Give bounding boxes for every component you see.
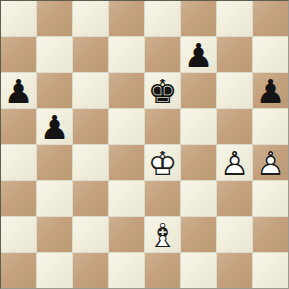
square-c1[interactable] (73, 253, 108, 288)
piece-white-pawn[interactable]: ♟♙ (217, 145, 252, 180)
square-a4[interactable] (1, 145, 36, 180)
square-h7[interactable] (253, 37, 288, 72)
square-g5[interactable] (217, 109, 252, 144)
white-king-outline-icon: ♔ (145, 146, 180, 180)
piece-white-pawn[interactable]: ♟♙ (253, 145, 288, 180)
square-e2[interactable]: ♝♗ (145, 217, 180, 252)
square-a1[interactable] (1, 253, 36, 288)
square-a3[interactable] (1, 181, 36, 216)
white-pawn-outline-icon: ♙ (253, 146, 288, 180)
chess-board-frame: ♟♟♚♟♟♚♔♟♙♟♙♝♗ (0, 0, 289, 289)
piece-black-pawn[interactable]: ♟ (37, 109, 72, 144)
black-king-icon: ♚ (145, 74, 180, 108)
square-g1[interactable] (217, 253, 252, 288)
square-a6[interactable]: ♟ (1, 73, 36, 108)
square-e3[interactable] (145, 181, 180, 216)
square-e1[interactable] (145, 253, 180, 288)
square-b6[interactable] (37, 73, 72, 108)
square-h5[interactable] (253, 109, 288, 144)
square-d8[interactable] (109, 1, 144, 36)
square-c6[interactable] (73, 73, 108, 108)
black-pawn-icon: ♟ (37, 110, 72, 144)
piece-white-bishop[interactable]: ♝♗ (145, 217, 180, 252)
square-h6[interactable]: ♟ (253, 73, 288, 108)
square-b3[interactable] (37, 181, 72, 216)
white-pawn-outline-icon: ♙ (217, 146, 252, 180)
square-f6[interactable] (181, 73, 216, 108)
square-g7[interactable] (217, 37, 252, 72)
piece-black-pawn[interactable]: ♟ (181, 37, 216, 72)
black-pawn-icon: ♟ (181, 38, 216, 72)
square-f1[interactable] (181, 253, 216, 288)
chess-board: ♟♟♚♟♟♚♔♟♙♟♙♝♗ (1, 1, 288, 288)
square-f8[interactable] (181, 1, 216, 36)
square-d5[interactable] (109, 109, 144, 144)
square-c2[interactable] (73, 217, 108, 252)
square-g2[interactable] (217, 217, 252, 252)
square-c8[interactable] (73, 1, 108, 36)
piece-black-pawn[interactable]: ♟ (1, 73, 36, 108)
square-d1[interactable] (109, 253, 144, 288)
black-pawn-icon: ♟ (1, 74, 36, 108)
square-d7[interactable] (109, 37, 144, 72)
square-e5[interactable] (145, 109, 180, 144)
square-d6[interactable] (109, 73, 144, 108)
square-f3[interactable] (181, 181, 216, 216)
piece-black-pawn[interactable]: ♟ (253, 73, 288, 108)
square-b8[interactable] (37, 1, 72, 36)
square-b5[interactable]: ♟ (37, 109, 72, 144)
piece-black-king[interactable]: ♚ (145, 73, 180, 108)
black-pawn-icon: ♟ (253, 74, 288, 108)
square-h3[interactable] (253, 181, 288, 216)
square-h2[interactable] (253, 217, 288, 252)
square-a7[interactable] (1, 37, 36, 72)
square-g6[interactable] (217, 73, 252, 108)
square-c5[interactable] (73, 109, 108, 144)
square-b2[interactable] (37, 217, 72, 252)
square-f5[interactable] (181, 109, 216, 144)
square-f2[interactable] (181, 217, 216, 252)
square-h1[interactable] (253, 253, 288, 288)
square-a2[interactable] (1, 217, 36, 252)
square-g3[interactable] (217, 181, 252, 216)
square-e7[interactable] (145, 37, 180, 72)
square-f4[interactable] (181, 145, 216, 180)
piece-white-king[interactable]: ♚♔ (145, 145, 180, 180)
square-d2[interactable] (109, 217, 144, 252)
square-d3[interactable] (109, 181, 144, 216)
square-b1[interactable] (37, 253, 72, 288)
square-h4[interactable]: ♟♙ (253, 145, 288, 180)
square-d4[interactable] (109, 145, 144, 180)
square-a5[interactable] (1, 109, 36, 144)
square-g8[interactable] (217, 1, 252, 36)
square-b7[interactable] (37, 37, 72, 72)
square-e8[interactable] (145, 1, 180, 36)
white-bishop-outline-icon: ♗ (145, 218, 180, 252)
square-h8[interactable] (253, 1, 288, 36)
square-e4[interactable]: ♚♔ (145, 145, 180, 180)
square-f7[interactable]: ♟ (181, 37, 216, 72)
square-g4[interactable]: ♟♙ (217, 145, 252, 180)
square-c3[interactable] (73, 181, 108, 216)
square-a8[interactable] (1, 1, 36, 36)
square-e6[interactable]: ♚ (145, 73, 180, 108)
square-c4[interactable] (73, 145, 108, 180)
square-c7[interactable] (73, 37, 108, 72)
square-b4[interactable] (37, 145, 72, 180)
